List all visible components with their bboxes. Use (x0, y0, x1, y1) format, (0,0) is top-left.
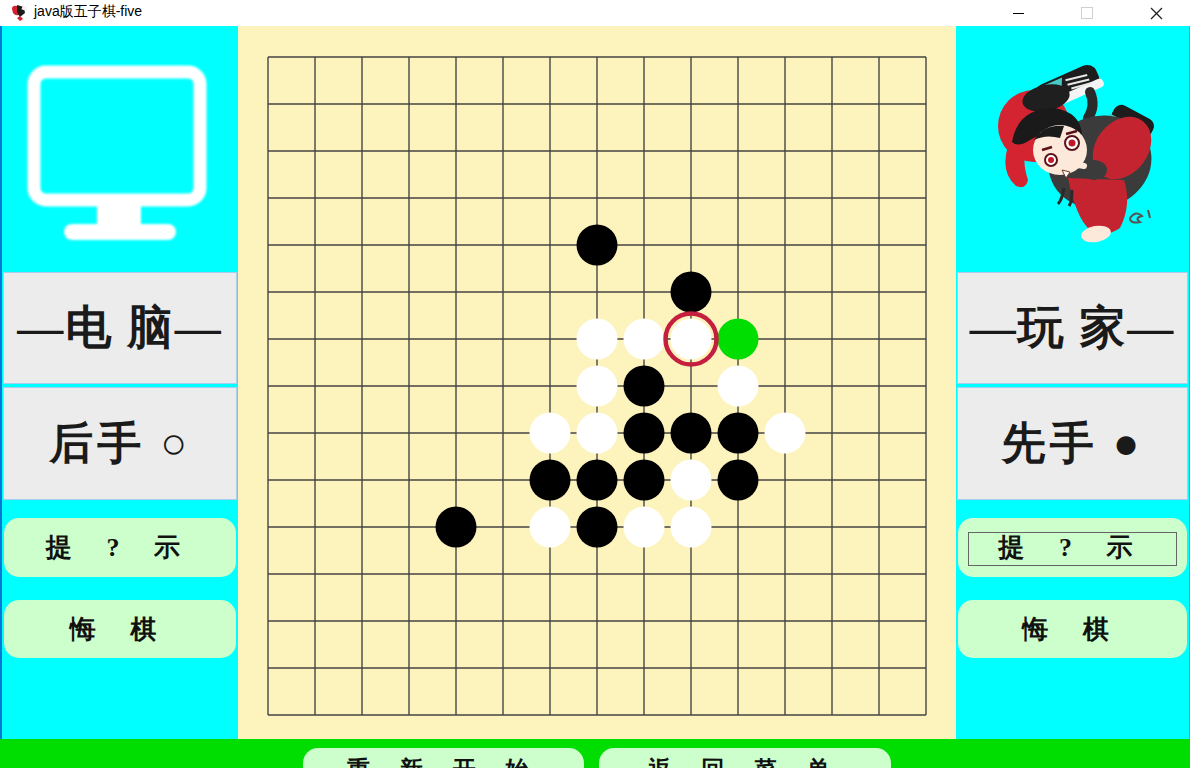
title-bar: java版五子棋-five (0, 0, 1190, 26)
player-name-label: —玩 家— (957, 272, 1188, 384)
player-role-label: 先手 ● (957, 387, 1188, 500)
app-icon (9, 3, 29, 23)
black-stone (624, 460, 665, 501)
close-icon (1150, 7, 1163, 20)
black-stone (624, 413, 665, 454)
gomoku-board[interactable] (238, 26, 956, 739)
board-grid (238, 26, 956, 739)
player-hint-button[interactable]: 提 ? 示 (958, 518, 1187, 577)
app-window: java版五子棋-five —电 脑— 后手 ○ 提 ? 示 悔 棋 (0, 0, 1190, 768)
white-stone (577, 319, 618, 360)
maximize-button[interactable] (1064, 0, 1110, 26)
black-stone (577, 507, 618, 548)
black-stone (436, 507, 477, 548)
white-stone (671, 319, 712, 360)
hint-button-focus-rect (968, 532, 1177, 566)
white-stone (530, 507, 571, 548)
black-stone (577, 460, 618, 501)
white-stone (765, 413, 806, 454)
player-sidebar: —玩 家— 先手 ● 提 ? 示 悔 棋 (956, 26, 1189, 739)
close-button[interactable] (1133, 0, 1179, 26)
white-stone (624, 319, 665, 360)
black-stone (671, 272, 712, 313)
white-stone (718, 366, 759, 407)
maximize-icon (1081, 7, 1093, 19)
computer-monitor-icon (24, 64, 216, 264)
black-stone (624, 366, 665, 407)
computer-role-label: 后手 ○ (3, 387, 237, 500)
window-title: java版五子棋-five (34, 3, 142, 21)
restart-button[interactable]: 重 新 开 始 (303, 748, 584, 768)
black-stone (718, 460, 759, 501)
black-stone (530, 460, 571, 501)
bottom-bar: 重 新 开 始 返 回 菜 单 (0, 739, 1190, 768)
green-stone-last-move (718, 319, 759, 360)
black-stone (718, 413, 759, 454)
white-stone (671, 460, 712, 501)
computer-sidebar: —电 脑— 后手 ○ 提 ? 示 悔 棋 (2, 26, 238, 739)
computer-name-label: —电 脑— (3, 272, 237, 384)
black-stone (671, 413, 712, 454)
player-undo-button[interactable]: 悔 棋 (958, 600, 1187, 658)
minimize-icon (1013, 13, 1024, 14)
computer-undo-button[interactable]: 悔 棋 (4, 600, 236, 658)
player-avatar-illustration (972, 50, 1177, 265)
white-stone (577, 413, 618, 454)
white-stone (671, 507, 712, 548)
black-stone (577, 225, 618, 266)
white-stone (624, 507, 665, 548)
white-stone (577, 366, 618, 407)
white-stone (530, 413, 571, 454)
minimize-button[interactable] (995, 0, 1041, 26)
return-menu-button[interactable]: 返 回 菜 单 (599, 748, 891, 768)
computer-hint-button[interactable]: 提 ? 示 (4, 518, 236, 577)
